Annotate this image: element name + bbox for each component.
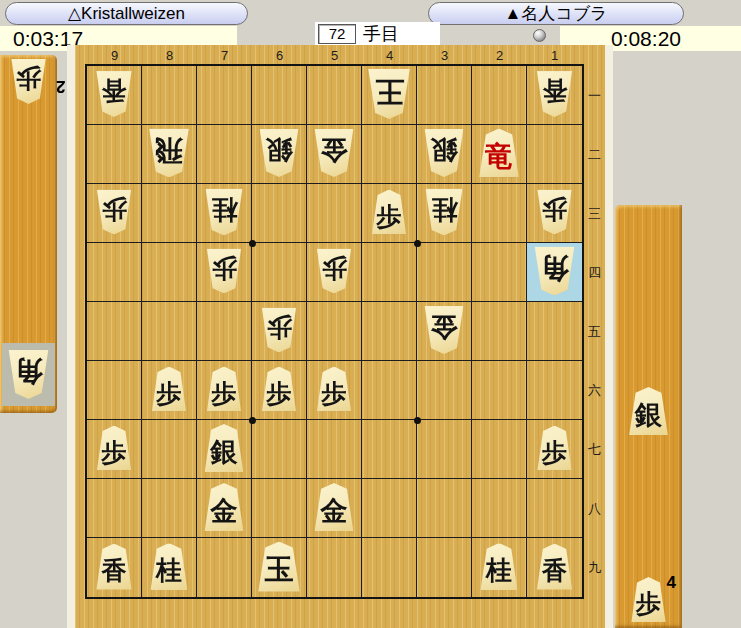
square-67[interactable] bbox=[252, 420, 307, 479]
square-24[interactable] bbox=[472, 243, 527, 302]
gote-player-button[interactable]: △Kristallweizen bbox=[5, 2, 248, 25]
rank-label-5: 五 bbox=[584, 302, 605, 361]
file-label-9: 9 bbox=[87, 48, 142, 64]
piece-kaku-hand-gote[interactable]: 角 bbox=[7, 350, 51, 399]
piece-kei-89[interactable]: 桂 bbox=[149, 543, 190, 590]
board-rim-right bbox=[605, 45, 613, 628]
piece-glyph: 桂 bbox=[211, 191, 237, 226]
square-46[interactable] bbox=[362, 361, 417, 420]
square-56[interactable]: 歩 bbox=[307, 361, 362, 420]
board-rim-left bbox=[67, 45, 75, 628]
rank-label-7: 七 bbox=[584, 420, 605, 479]
square-31[interactable] bbox=[417, 66, 472, 125]
hand-count-gote-fu: 2 bbox=[56, 76, 65, 96]
piece-kyo-19[interactable]: 香 bbox=[535, 544, 574, 590]
hoshi-dot bbox=[414, 417, 421, 424]
piece-glyph: 歩 bbox=[102, 192, 127, 225]
square-66[interactable]: 歩 bbox=[252, 361, 307, 420]
square-73[interactable]: 桂 bbox=[197, 184, 252, 243]
piece-glyph: 香 bbox=[102, 74, 127, 107]
square-94[interactable] bbox=[87, 243, 142, 302]
piece-glyph: 歩 bbox=[542, 192, 567, 225]
square-38[interactable] bbox=[417, 479, 472, 538]
move-counter: 72 手目 bbox=[315, 22, 440, 46]
file-label-6: 6 bbox=[252, 48, 307, 64]
rank-label-2: 二 bbox=[584, 125, 605, 184]
file-label-5: 5 bbox=[307, 48, 362, 64]
piece-kin-52[interactable]: 金 bbox=[313, 129, 356, 177]
square-84[interactable] bbox=[142, 243, 197, 302]
square-42[interactable] bbox=[362, 125, 417, 184]
square-36[interactable] bbox=[417, 361, 472, 420]
file-labels: 987654321 bbox=[87, 48, 582, 64]
square-97[interactable]: 歩 bbox=[87, 420, 142, 479]
square-43[interactable]: 歩 bbox=[362, 184, 417, 243]
square-37[interactable] bbox=[417, 420, 472, 479]
square-99[interactable]: 香 bbox=[87, 538, 142, 597]
square-45[interactable] bbox=[362, 302, 417, 361]
square-78[interactable]: 金 bbox=[197, 479, 252, 538]
file-label-3: 3 bbox=[417, 48, 472, 64]
piece-kyo-91[interactable]: 香 bbox=[95, 71, 134, 117]
square-15[interactable] bbox=[527, 302, 582, 361]
piece-glyph: 金 bbox=[431, 309, 458, 345]
piece-glyph: 銀 bbox=[431, 132, 458, 168]
piece-glyph: 歩 bbox=[102, 435, 127, 468]
file-label-1: 1 bbox=[527, 48, 582, 64]
piece-glyph: 桂 bbox=[486, 553, 512, 588]
square-65[interactable]: 歩 bbox=[252, 302, 307, 361]
square-21[interactable] bbox=[472, 66, 527, 125]
square-95[interactable] bbox=[87, 302, 142, 361]
square-39[interactable] bbox=[417, 538, 472, 597]
square-11[interactable]: 香 bbox=[527, 66, 582, 125]
piece-glyph: 玉 bbox=[265, 550, 294, 590]
square-22[interactable]: 竜 bbox=[472, 125, 527, 184]
piece-kei-73[interactable]: 桂 bbox=[204, 189, 245, 236]
square-14[interactable]: 角 bbox=[527, 243, 582, 302]
square-71[interactable] bbox=[197, 66, 252, 125]
square-52[interactable]: 金 bbox=[307, 125, 362, 184]
square-91[interactable]: 香 bbox=[87, 66, 142, 125]
square-33[interactable]: 桂 bbox=[417, 184, 472, 243]
piece-glyph: 歩 bbox=[16, 62, 41, 95]
square-62[interactable]: 銀 bbox=[252, 125, 307, 184]
square-64[interactable] bbox=[252, 243, 307, 302]
piece-glyph: 歩 bbox=[542, 435, 567, 468]
rank-label-3: 三 bbox=[584, 184, 605, 243]
rank-label-4: 四 bbox=[584, 243, 605, 302]
square-76[interactable]: 歩 bbox=[197, 361, 252, 420]
move-label: 手目 bbox=[363, 22, 399, 46]
hand-slot-sente-gin[interactable]: 銀 bbox=[615, 387, 682, 435]
piece-glyph: 金 bbox=[321, 493, 348, 529]
square-61[interactable] bbox=[252, 66, 307, 125]
piece-glyph: 角 bbox=[15, 352, 43, 390]
piece-glyph: 歩 bbox=[212, 376, 237, 409]
piece-fu-93[interactable]: 歩 bbox=[95, 190, 133, 235]
hoshi-dot bbox=[249, 417, 256, 424]
piece-glyph: 桂 bbox=[156, 553, 182, 588]
piece-glyph: 香 bbox=[542, 554, 567, 587]
piece-kin-35[interactable]: 金 bbox=[423, 306, 466, 354]
piece-gin-62[interactable]: 銀 bbox=[258, 129, 301, 177]
piece-glyph: 飛 bbox=[155, 131, 183, 169]
piece-fu-hand-gote[interactable]: 歩 bbox=[10, 59, 48, 104]
square-53[interactable] bbox=[307, 184, 362, 243]
hand-slot-sente-fu[interactable]: 歩4 bbox=[615, 577, 682, 622]
square-19[interactable]: 香 bbox=[527, 538, 582, 597]
move-number-box[interactable]: 72 bbox=[318, 24, 356, 44]
square-54[interactable]: 歩 bbox=[307, 243, 362, 302]
square-74[interactable]: 歩 bbox=[197, 243, 252, 302]
piece-fu-86[interactable]: 歩 bbox=[150, 367, 188, 412]
square-47[interactable] bbox=[362, 420, 417, 479]
sente-player-button[interactable]: ▲名人コブラ bbox=[428, 2, 684, 25]
turn-indicator-ball bbox=[533, 29, 546, 42]
square-93[interactable]: 歩 bbox=[87, 184, 142, 243]
piece-kyo-99[interactable]: 香 bbox=[95, 544, 134, 590]
shogi-app-window: △Kristallweizen ▲名人コブラ 0:03:17 0:08:20 7… bbox=[0, 0, 741, 628]
hoshi-dot bbox=[249, 240, 256, 247]
square-34[interactable] bbox=[417, 243, 472, 302]
square-32[interactable]: 銀 bbox=[417, 125, 472, 184]
piece-fu-hand-sente[interactable]: 歩 bbox=[630, 577, 668, 622]
piece-fu-54[interactable]: 歩 bbox=[315, 249, 353, 294]
piece-fu-76[interactable]: 歩 bbox=[205, 367, 243, 412]
square-77[interactable]: 銀 bbox=[197, 420, 252, 479]
square-27[interactable] bbox=[472, 420, 527, 479]
file-label-8: 8 bbox=[142, 48, 197, 64]
rank-labels: 一二三四五六七八九 bbox=[584, 66, 605, 597]
rank-label-6: 六 bbox=[584, 361, 605, 420]
square-48[interactable] bbox=[362, 479, 417, 538]
square-29[interactable]: 桂 bbox=[472, 538, 527, 597]
square-81[interactable] bbox=[142, 66, 197, 125]
piece-fu-13[interactable]: 歩 bbox=[536, 190, 574, 235]
piece-fu-65[interactable]: 歩 bbox=[260, 308, 298, 353]
gote-hand-tray: 歩2角 bbox=[0, 55, 57, 413]
piece-glyph: 金 bbox=[321, 132, 348, 168]
square-44[interactable] bbox=[362, 243, 417, 302]
hand-slot-gote-kaku[interactable]: 角 bbox=[2, 343, 55, 406]
square-23[interactable] bbox=[472, 184, 527, 243]
square-16[interactable] bbox=[527, 361, 582, 420]
square-51[interactable] bbox=[307, 66, 362, 125]
piece-gin-hand-sente[interactable]: 銀 bbox=[627, 387, 670, 435]
piece-glyph: 銀 bbox=[635, 397, 662, 433]
square-35[interactable]: 金 bbox=[417, 302, 472, 361]
square-75[interactable] bbox=[197, 302, 252, 361]
piece-kin-78[interactable]: 金 bbox=[203, 483, 246, 531]
square-17[interactable]: 歩 bbox=[527, 420, 582, 479]
square-68[interactable] bbox=[252, 479, 307, 538]
piece-glyph: 竜 bbox=[485, 138, 513, 176]
piece-ou-41[interactable]: 王 bbox=[366, 69, 412, 119]
square-88[interactable] bbox=[142, 479, 197, 538]
square-58[interactable]: 金 bbox=[307, 479, 362, 538]
hand-slot-gote-fu[interactable]: 歩2 bbox=[0, 59, 57, 104]
piece-fu-56[interactable]: 歩 bbox=[315, 367, 353, 412]
piece-fu-66[interactable]: 歩 bbox=[260, 367, 298, 412]
piece-glyph: 王 bbox=[375, 71, 404, 111]
piece-ryu-22[interactable]: 竜 bbox=[477, 129, 521, 178]
piece-fu-17[interactable]: 歩 bbox=[536, 426, 574, 471]
piece-kei-29[interactable]: 桂 bbox=[479, 543, 520, 590]
piece-glyph: 金 bbox=[211, 493, 238, 529]
hand-count-sente-fu: 4 bbox=[667, 573, 676, 593]
piece-glyph: 歩 bbox=[322, 251, 347, 284]
piece-fu-43[interactable]: 歩 bbox=[370, 190, 408, 235]
rank-label-1: 一 bbox=[584, 66, 605, 125]
piece-gin-77[interactable]: 銀 bbox=[203, 424, 246, 472]
piece-fu-97[interactable]: 歩 bbox=[95, 426, 133, 471]
shogi-board: 987654321 一二三四五六七八九 香王香飛銀金銀竜歩桂歩桂歩歩歩角歩金歩歩… bbox=[75, 45, 605, 628]
piece-glyph: 角 bbox=[541, 249, 569, 287]
file-label-4: 4 bbox=[362, 48, 417, 64]
square-86[interactable]: 歩 bbox=[142, 361, 197, 420]
piece-kei-33[interactable]: 桂 bbox=[424, 189, 465, 236]
rank-label-8: 八 bbox=[584, 479, 605, 538]
square-57[interactable] bbox=[307, 420, 362, 479]
square-59[interactable] bbox=[307, 538, 362, 597]
square-55[interactable] bbox=[307, 302, 362, 361]
piece-fu-74[interactable]: 歩 bbox=[205, 249, 243, 294]
piece-glyph: 銀 bbox=[211, 434, 238, 470]
square-63[interactable] bbox=[252, 184, 307, 243]
piece-kyo-11[interactable]: 香 bbox=[535, 71, 574, 117]
file-label-7: 7 bbox=[197, 48, 252, 64]
square-13[interactable]: 歩 bbox=[527, 184, 582, 243]
piece-glyph: 歩 bbox=[157, 376, 182, 409]
square-85[interactable] bbox=[142, 302, 197, 361]
piece-glyph: 歩 bbox=[322, 376, 347, 409]
sente-hand-tray: 銀歩4 bbox=[615, 205, 682, 628]
rank-label-9: 九 bbox=[584, 538, 605, 597]
piece-hi-82[interactable]: 飛 bbox=[147, 129, 191, 178]
square-69[interactable]: 玉 bbox=[252, 538, 307, 597]
piece-gin-32[interactable]: 銀 bbox=[423, 129, 466, 177]
piece-glyph: 歩 bbox=[636, 587, 661, 620]
square-98[interactable] bbox=[87, 479, 142, 538]
piece-glyph: 香 bbox=[102, 554, 127, 587]
board-grid: 香王香飛銀金銀竜歩桂歩桂歩歩歩角歩金歩歩歩歩歩銀歩金金香桂玉桂香 bbox=[85, 64, 584, 599]
piece-glyph: 桂 bbox=[431, 191, 457, 226]
square-18[interactable] bbox=[527, 479, 582, 538]
square-26[interactable] bbox=[472, 361, 527, 420]
square-92[interactable] bbox=[87, 125, 142, 184]
piece-gyoku-69[interactable]: 玉 bbox=[256, 542, 302, 592]
piece-glyph: 歩 bbox=[212, 251, 237, 284]
square-72[interactable] bbox=[197, 125, 252, 184]
piece-glyph: 歩 bbox=[377, 199, 402, 232]
square-28[interactable] bbox=[472, 479, 527, 538]
square-12[interactable] bbox=[527, 125, 582, 184]
piece-kaku-14[interactable]: 角 bbox=[533, 247, 577, 296]
piece-glyph: 香 bbox=[542, 74, 567, 107]
hoshi-dot bbox=[414, 240, 421, 247]
piece-kin-58[interactable]: 金 bbox=[313, 483, 356, 531]
square-49[interactable] bbox=[362, 538, 417, 597]
piece-glyph: 銀 bbox=[266, 132, 293, 168]
piece-glyph: 歩 bbox=[267, 310, 292, 343]
square-79[interactable] bbox=[197, 538, 252, 597]
square-25[interactable] bbox=[472, 302, 527, 361]
square-83[interactable] bbox=[142, 184, 197, 243]
square-89[interactable]: 桂 bbox=[142, 538, 197, 597]
square-82[interactable]: 飛 bbox=[142, 125, 197, 184]
piece-glyph: 歩 bbox=[267, 376, 292, 409]
file-label-2: 2 bbox=[472, 48, 527, 64]
square-41[interactable]: 王 bbox=[362, 66, 417, 125]
square-87[interactable] bbox=[142, 420, 197, 479]
square-96[interactable] bbox=[87, 361, 142, 420]
